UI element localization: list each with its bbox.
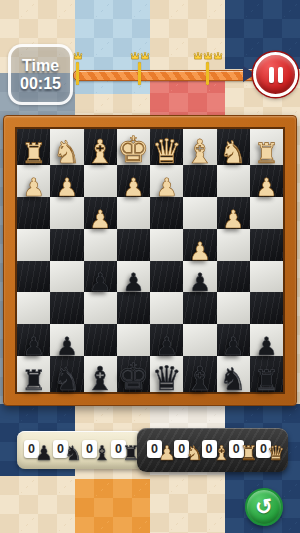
crown-icon	[204, 52, 213, 60]
chess-piece-bP[interactable]: ♟	[222, 334, 244, 359]
chess-piece-bR[interactable]: ♜	[254, 367, 279, 395]
crown-icon	[141, 52, 150, 60]
square[interactable]: ♟	[84, 197, 117, 229]
chess-piece-wP[interactable]: ♟	[22, 175, 44, 200]
chess-piece-bP[interactable]: ♟	[89, 270, 111, 295]
square[interactable]: ♛	[150, 356, 183, 392]
square[interactable]: ♟	[217, 324, 250, 356]
timer-label: Time	[22, 57, 59, 75]
square[interactable]: ♜	[250, 129, 283, 165]
square[interactable]	[150, 261, 183, 293]
captured-counter-black-P: 0♟	[24, 440, 46, 460]
crown-icon	[194, 52, 203, 60]
square[interactable]: ♝	[183, 356, 216, 392]
square[interactable]	[117, 229, 150, 261]
chess-piece-bN[interactable]: ♞	[219, 364, 247, 395]
chess-piece-wP[interactable]: ♟	[122, 175, 144, 200]
chess-piece-wB[interactable]: ♝	[185, 135, 215, 168]
square[interactable]: ♟	[84, 261, 117, 293]
black-B-mini-icon: ♝	[93, 443, 111, 463]
crown-icon	[214, 52, 223, 60]
square[interactable]	[217, 292, 250, 324]
pause-icon	[269, 67, 274, 83]
chess-piece-bP[interactable]: ♟	[122, 270, 144, 295]
captured-white-tray: 0♟0♞0♝0♜0♛	[137, 428, 288, 472]
captured-counter-white-Q: 0♛	[256, 440, 278, 460]
chess-piece-bB[interactable]: ♝	[85, 362, 115, 395]
square[interactable]	[17, 229, 50, 261]
square[interactable]	[250, 292, 283, 324]
chess-piece-wR[interactable]: ♜	[21, 140, 46, 168]
captured-black-tray: 0♟0♞0♝0♜	[17, 431, 143, 469]
square[interactable]: ♝	[84, 129, 117, 165]
milestone-crowns-1	[74, 52, 83, 60]
square[interactable]: ♟	[250, 324, 283, 356]
square[interactable]: ♚	[117, 356, 150, 392]
chess-board: ♜♞♝♚♛♝♞♜♟♟♟♟♟♟♟♟♟♟♟♟♟♟♟♟♜♞♝♚♛♝♞♜	[17, 129, 283, 392]
square[interactable]	[50, 229, 83, 261]
milestone-crowns-2	[131, 52, 150, 60]
square[interactable]: ♟	[183, 229, 216, 261]
pause-button[interactable]	[253, 52, 298, 97]
chess-piece-wR[interactable]: ♜	[254, 140, 279, 168]
chess-piece-bB[interactable]: ♝	[185, 362, 215, 395]
chess-piece-bP[interactable]: ♟	[255, 334, 277, 359]
square[interactable]	[250, 261, 283, 293]
square[interactable]	[17, 292, 50, 324]
captured-counter-black-R: 0♜	[111, 440, 133, 460]
chess-board-frame: ♜♞♝♚♛♝♞♜♟♟♟♟♟♟♟♟♟♟♟♟♟♟♟♟♜♞♝♚♛♝♞♜	[3, 115, 297, 406]
milestone-tick	[76, 62, 79, 85]
square[interactable]: ♜	[250, 356, 283, 392]
square[interactable]	[183, 324, 216, 356]
square[interactable]: ♜	[17, 129, 50, 165]
chess-piece-bP[interactable]: ♟	[189, 270, 211, 295]
chess-piece-wP[interactable]: ♟	[89, 207, 111, 232]
milestone-crowns-3	[194, 52, 223, 60]
captured-counter-white-R: 0♜	[229, 440, 251, 460]
crown-icon	[131, 52, 140, 60]
chess-piece-bP[interactable]: ♟	[155, 334, 177, 359]
square[interactable]: ♚	[117, 129, 150, 165]
square[interactable]: ♞	[50, 356, 83, 392]
chess-piece-bN[interactable]: ♞	[53, 364, 81, 395]
chess-piece-bP[interactable]: ♟	[56, 334, 78, 359]
square[interactable]	[17, 261, 50, 293]
square[interactable]: ♟	[217, 197, 250, 229]
square[interactable]: ♟	[17, 324, 50, 356]
captured-counter-black-N: 0♞	[53, 440, 75, 460]
chess-piece-wP[interactable]: ♟	[56, 175, 78, 200]
pause-icon	[278, 67, 283, 83]
square[interactable]: ♟	[50, 324, 83, 356]
undo-icon: ↺	[245, 489, 283, 525]
white-Q-mini-icon: ♛	[267, 443, 285, 463]
square[interactable]	[250, 229, 283, 261]
square[interactable]	[50, 292, 83, 324]
chess-piece-bR[interactable]: ♜	[21, 367, 46, 395]
milestone-tick	[206, 62, 209, 85]
progress-bar	[73, 50, 268, 92]
square[interactable]: ♞	[217, 356, 250, 392]
captured-counter-white-N: 0♞	[174, 440, 196, 460]
chess-piece-bK[interactable]: ♚	[117, 359, 149, 395]
square[interactable]: ♝	[183, 129, 216, 165]
chess-piece-wP[interactable]: ♟	[222, 207, 244, 232]
square[interactable]: ♛	[150, 129, 183, 165]
captured-counter-black-B: 0♝	[82, 440, 104, 460]
square[interactable]: ♞	[50, 129, 83, 165]
chess-piece-wK[interactable]: ♚	[117, 132, 149, 168]
square[interactable]	[183, 197, 216, 229]
chess-piece-bQ[interactable]: ♛	[151, 361, 181, 395]
milestone-tick	[138, 62, 141, 85]
captured-counter-white-P: 0♟	[147, 440, 169, 460]
crown-icon	[74, 52, 83, 60]
undo-button[interactable]: ↺	[245, 488, 283, 526]
captured-counter-white-B: 0♝	[202, 440, 224, 460]
square[interactable]	[84, 324, 117, 356]
square[interactable]	[217, 261, 250, 293]
chess-piece-wQ[interactable]: ♛	[151, 134, 181, 168]
chess-piece-wB[interactable]: ♝	[85, 135, 115, 168]
square[interactable]	[117, 324, 150, 356]
chess-piece-wP[interactable]: ♟	[155, 175, 177, 200]
chess-piece-wN[interactable]: ♞	[219, 137, 247, 168]
square[interactable]	[150, 229, 183, 261]
square[interactable]: ♟	[150, 324, 183, 356]
timer-value: 00:15	[20, 75, 61, 93]
square[interactable]	[150, 292, 183, 324]
progress-track	[73, 70, 270, 81]
timer-badge: Time 00:15	[8, 44, 73, 105]
black-N-mini-icon: ♞	[64, 443, 82, 463]
square[interactable]: ♜	[17, 356, 50, 392]
square[interactable]	[50, 261, 83, 293]
square[interactable]: ♟	[117, 261, 150, 293]
square[interactable]: ♞	[217, 129, 250, 165]
chess-piece-wP[interactable]: ♟	[189, 239, 211, 264]
square[interactable]: ♝	[84, 356, 117, 392]
chess-piece-wN[interactable]: ♞	[53, 137, 81, 168]
chess-piece-bP[interactable]: ♟	[22, 334, 44, 359]
chess-piece-wP[interactable]: ♟	[255, 175, 277, 200]
black-P-mini-icon: ♟	[35, 443, 53, 463]
